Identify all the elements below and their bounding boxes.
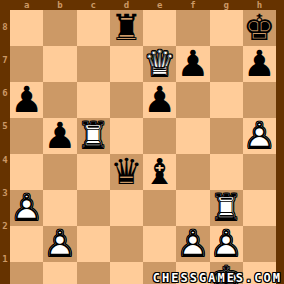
square-c2[interactable] [77, 226, 110, 262]
square-b6[interactable] [43, 82, 76, 118]
square-g5[interactable] [210, 118, 243, 154]
piece-wP-g2[interactable]: ♟♙ [210, 226, 243, 262]
square-d2[interactable] [110, 226, 143, 262]
piece-wR-g3[interactable]: ♜♖ [210, 190, 243, 226]
piece-bP-f7[interactable]: ♟ [176, 46, 209, 82]
square-e8[interactable] [143, 10, 176, 46]
file-label-e: e [143, 0, 176, 10]
square-e7[interactable]: ♛♕ [143, 46, 176, 82]
black-piece-glyph: ♟ [143, 82, 175, 118]
piece-wR-c5[interactable]: ♜♖ [77, 118, 110, 154]
square-g4[interactable] [210, 154, 243, 190]
piece-wP-f2[interactable]: ♟♙ [176, 226, 209, 262]
file-label-b: b [43, 0, 76, 10]
square-b4[interactable] [43, 154, 76, 190]
square-h3[interactable] [243, 190, 276, 226]
square-b1[interactable] [43, 262, 76, 284]
square-h7[interactable]: ♟ [243, 46, 276, 82]
black-piece-glyph: ♟ [177, 46, 209, 82]
white-piece-outline: ♙ [177, 226, 209, 262]
black-piece-glyph: ♟ [44, 118, 76, 154]
square-c5[interactable]: ♜♖ [77, 118, 110, 154]
piece-bK-h8[interactable]: ♚ [243, 10, 276, 46]
piece-wP-a3[interactable]: ♟♙ [10, 190, 43, 226]
square-a5[interactable] [10, 118, 43, 154]
square-a3[interactable]: ♟♙ [10, 190, 43, 226]
square-d4[interactable]: ♛ [110, 154, 143, 190]
square-d8[interactable]: ♜ [110, 10, 143, 46]
rank-label-3: 3 [0, 176, 10, 209]
chessgames-watermark: CHESSGAMES.COM [153, 272, 282, 284]
white-piece-outline: ♙ [10, 190, 42, 226]
square-e6[interactable]: ♟ [143, 82, 176, 118]
black-piece-glyph: ♟ [243, 46, 275, 82]
square-e5[interactable] [143, 118, 176, 154]
square-b2[interactable]: ♟♙ [43, 226, 76, 262]
square-h2[interactable] [243, 226, 276, 262]
square-c1[interactable] [77, 262, 110, 284]
piece-wP-h5[interactable]: ♟♙ [243, 118, 276, 154]
square-e4[interactable]: ♝ [143, 154, 176, 190]
white-piece-outline: ♖ [77, 118, 109, 154]
white-piece-outline: ♙ [243, 118, 275, 154]
black-piece-glyph: ♟ [10, 82, 42, 118]
square-f6[interactable] [176, 82, 209, 118]
square-f5[interactable] [176, 118, 209, 154]
white-piece-outline: ♖ [210, 190, 242, 226]
square-d6[interactable] [110, 82, 143, 118]
square-b7[interactable] [43, 46, 76, 82]
square-a8[interactable] [10, 10, 43, 46]
piece-wQ-e7[interactable]: ♛♕ [143, 46, 176, 82]
square-d3[interactable] [110, 190, 143, 226]
square-b3[interactable] [43, 190, 76, 226]
square-g7[interactable] [210, 46, 243, 82]
square-d5[interactable] [110, 118, 143, 154]
square-a1[interactable] [10, 262, 43, 284]
square-c7[interactable] [77, 46, 110, 82]
black-piece-glyph: ♚ [243, 10, 275, 46]
piece-bB-e4[interactable]: ♝ [143, 154, 176, 190]
square-f7[interactable]: ♟ [176, 46, 209, 82]
square-a4[interactable] [10, 154, 43, 190]
rank-labels: 87654321 [0, 10, 10, 276]
black-piece-glyph: ♛ [110, 154, 142, 190]
black-piece-glyph: ♝ [143, 154, 175, 190]
square-a6[interactable]: ♟ [10, 82, 43, 118]
square-c4[interactable] [77, 154, 110, 190]
chess-board: ♜♚♛♕♟♟♟♟♟♜♖♟♙♛♝♟♙♜♖♟♙♟♙♟♙♚♔ [10, 10, 276, 276]
square-e2[interactable] [143, 226, 176, 262]
square-h8[interactable]: ♚ [243, 10, 276, 46]
square-a7[interactable] [10, 46, 43, 82]
rank-label-6: 6 [0, 77, 10, 110]
square-f2[interactable]: ♟♙ [176, 226, 209, 262]
piece-bP-b5[interactable]: ♟ [43, 118, 76, 154]
rank-label-5: 5 [0, 110, 10, 143]
square-a2[interactable] [10, 226, 43, 262]
square-f3[interactable] [176, 190, 209, 226]
piece-bQ-d4[interactable]: ♛ [110, 154, 143, 190]
rank-label-4: 4 [0, 143, 10, 176]
square-h5[interactable]: ♟♙ [243, 118, 276, 154]
file-labels: abcdefgh [10, 0, 276, 10]
piece-wP-b2[interactable]: ♟♙ [43, 226, 76, 262]
white-piece-outline: ♙ [44, 226, 76, 262]
square-h4[interactable] [243, 154, 276, 190]
square-g6[interactable] [210, 82, 243, 118]
square-h6[interactable] [243, 82, 276, 118]
piece-bP-e6[interactable]: ♟ [143, 82, 176, 118]
square-g8[interactable] [210, 10, 243, 46]
file-label-a: a [10, 0, 43, 10]
chess-board-frame: abcdefgh 87654321 ♜♚♛♕♟♟♟♟♟♜♖♟♙♛♝♟♙♜♖♟♙♟… [0, 0, 284, 284]
black-piece-glyph: ♜ [110, 10, 142, 46]
square-e3[interactable] [143, 190, 176, 226]
rank-label-7: 7 [0, 43, 10, 76]
file-label-c: c [77, 0, 110, 10]
square-d1[interactable] [110, 262, 143, 284]
square-c6[interactable] [77, 82, 110, 118]
file-label-f: f [176, 0, 209, 10]
square-b8[interactable] [43, 10, 76, 46]
file-label-g: g [210, 0, 243, 10]
rank-label-2: 2 [0, 210, 10, 243]
square-f4[interactable] [176, 154, 209, 190]
square-c3[interactable] [77, 190, 110, 226]
square-f8[interactable] [176, 10, 209, 46]
rank-label-8: 8 [0, 10, 10, 43]
square-g2[interactable]: ♟♙ [210, 226, 243, 262]
square-b5[interactable]: ♟ [43, 118, 76, 154]
white-piece-outline: ♕ [143, 46, 175, 82]
square-g3[interactable]: ♜♖ [210, 190, 243, 226]
square-d7[interactable] [110, 46, 143, 82]
piece-bR-d8[interactable]: ♜ [110, 10, 143, 46]
white-piece-outline: ♙ [210, 226, 242, 262]
rank-label-1: 1 [0, 243, 10, 276]
piece-bP-a6[interactable]: ♟ [10, 82, 43, 118]
square-c8[interactable] [77, 10, 110, 46]
piece-bP-h7[interactable]: ♟ [243, 46, 276, 82]
